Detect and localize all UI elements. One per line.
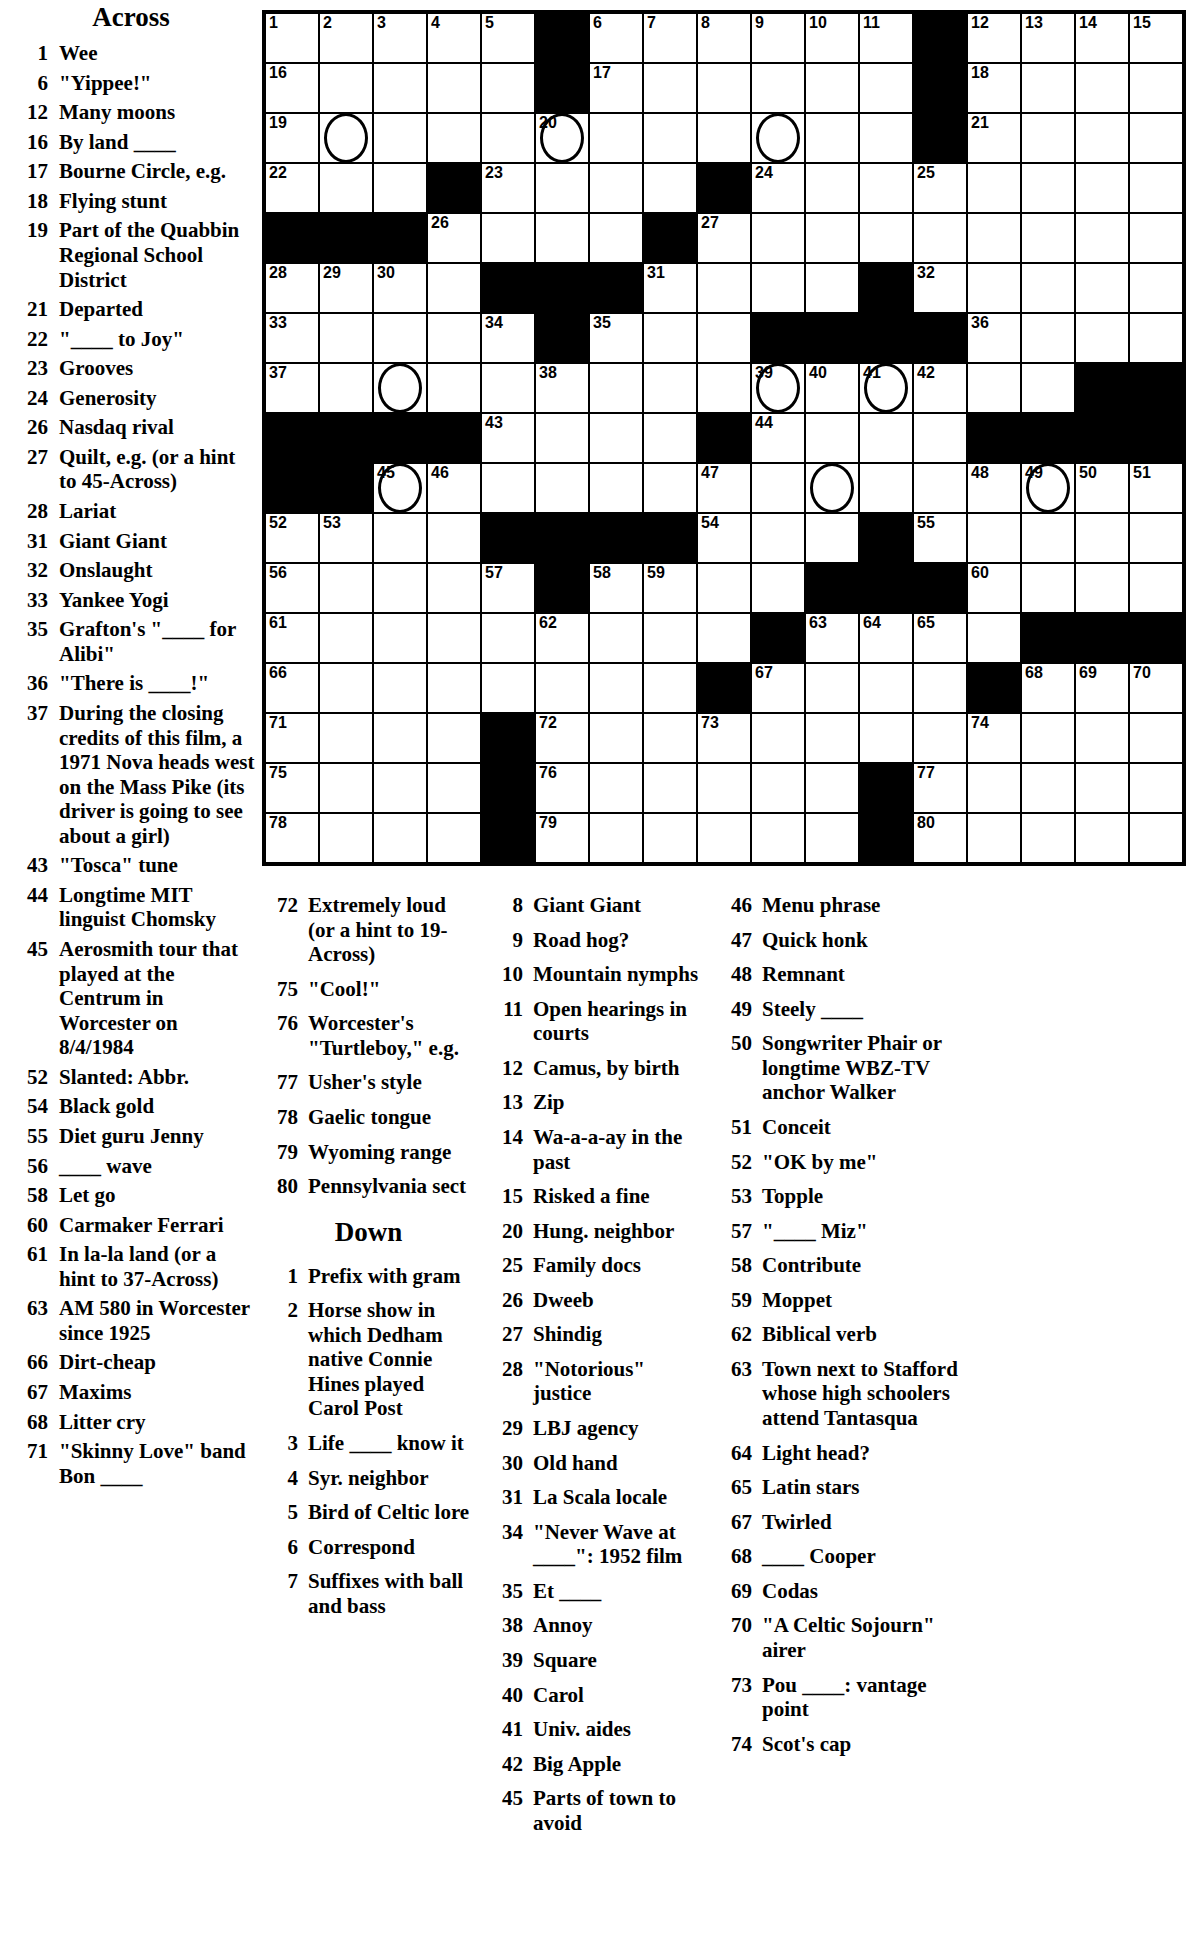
black-cell-r9c3 [374, 414, 426, 462]
grid-cell-r15c12[interactable] [860, 714, 912, 762]
grid-cell-r13c5[interactable] [482, 614, 534, 662]
grid-cell-r17c2[interactable] [320, 814, 372, 862]
clue-item: 63Town next to Stafford whose high schoo… [716, 1357, 958, 1431]
grid-cell-r12c15[interactable] [1022, 564, 1074, 612]
clue-number: 38 [487, 1613, 533, 1638]
grid-cell-r11c15[interactable] [1022, 514, 1074, 562]
grid-cell-r8c13[interactable]: 42 [914, 364, 966, 412]
grid-cell-r5c17[interactable] [1130, 214, 1182, 262]
grid-cell-r10c14[interactable]: 48 [968, 464, 1020, 512]
grid-cell-r9c13[interactable] [914, 414, 966, 462]
grid-cell-r5c13[interactable] [914, 214, 966, 262]
grid-cell-r14c5[interactable] [482, 664, 534, 712]
black-cell-r9c14 [968, 414, 1020, 462]
grid-cell-r1c17[interactable]: 15 [1130, 14, 1182, 62]
grid-cell-r3c16[interactable] [1076, 114, 1128, 162]
grid-cell-r14c8[interactable] [644, 664, 696, 712]
grid-cell-r4c5[interactable]: 23 [482, 164, 534, 212]
grid-cell-r7c3[interactable] [374, 314, 426, 362]
grid-cell-r1c10[interactable]: 9 [752, 14, 804, 62]
cell-number: 52 [269, 515, 287, 531]
grid-cell-r6c17[interactable] [1130, 264, 1182, 312]
clue-item: 34"Never Wave at ____": 1952 film [487, 1520, 701, 1569]
black-cell-r11c12 [860, 514, 912, 562]
grid-cell-r8c11[interactable]: 40 [806, 364, 858, 412]
grid-cell-r2c7[interactable]: 17 [590, 64, 642, 112]
circle-marker [756, 113, 800, 163]
grid-cell-r2c8[interactable] [644, 64, 696, 112]
clue-item: 1Wee [6, 41, 256, 66]
grid-cell-r16c15[interactable] [1022, 764, 1074, 812]
grid-cell-r17c15[interactable] [1022, 814, 1074, 862]
grid-cell-r3c15[interactable] [1022, 114, 1074, 162]
grid-cell-r10c5[interactable] [482, 464, 534, 512]
grid-cell-r7c14[interactable]: 36 [968, 314, 1020, 362]
grid-cell-r7c1[interactable]: 33 [266, 314, 318, 362]
grid-cell-r12c14[interactable]: 60 [968, 564, 1020, 612]
grid-cell-r16c1[interactable]: 75 [266, 764, 318, 812]
grid-cell-r2c11[interactable] [806, 64, 858, 112]
grid-cell-r17c17[interactable] [1130, 814, 1182, 862]
cell-number: 48 [971, 465, 989, 481]
grid-cell-r9c6[interactable] [536, 414, 588, 462]
grid-cell-r8c1[interactable]: 37 [266, 364, 318, 412]
grid-cell-r15c6[interactable]: 72 [536, 714, 588, 762]
clue-text: Square [533, 1648, 701, 1673]
grid-cell-r8c15[interactable] [1022, 364, 1074, 412]
grid-cell-r8c8[interactable] [644, 364, 696, 412]
clue-item: 6"Yippee!" [6, 71, 256, 96]
grid-cell-r10c17[interactable]: 51 [1130, 464, 1182, 512]
grid-cell-r14c11[interactable] [806, 664, 858, 712]
cell-number: 38 [539, 365, 557, 381]
grid-cell-r17c1[interactable]: 78 [266, 814, 318, 862]
grid-cell-r7c5[interactable]: 34 [482, 314, 534, 362]
grid-cell-r17c10[interactable] [752, 814, 804, 862]
grid-cell-r11c9[interactable]: 54 [698, 514, 750, 562]
grid-cell-r10c8[interactable] [644, 464, 696, 512]
cell-number: 1 [269, 15, 278, 31]
grid-cell-r15c10[interactable] [752, 714, 804, 762]
grid-cell-r2c9[interactable] [698, 64, 750, 112]
grid-cell-r11c3[interactable] [374, 514, 426, 562]
grid-cell-r10c15[interactable]: 49 [1022, 464, 1074, 512]
grid-cell-r14c4[interactable] [428, 664, 480, 712]
grid-cell-r14c1[interactable]: 66 [266, 664, 318, 712]
grid-cell-r8c4[interactable] [428, 364, 480, 412]
grid-cell-r4c10[interactable]: 24 [752, 164, 804, 212]
grid-cell-r3c3[interactable] [374, 114, 426, 162]
grid-cell-r6c8[interactable]: 31 [644, 264, 696, 312]
grid-cell-r1c4[interactable]: 4 [428, 14, 480, 62]
grid-cell-r10c11[interactable] [806, 464, 858, 512]
grid-cell-r10c7[interactable] [590, 464, 642, 512]
grid-cell-r1c11[interactable]: 10 [806, 14, 858, 62]
clue-number: 36 [6, 671, 59, 696]
clue-text: Departed [59, 297, 256, 322]
grid-cell-r14c15[interactable]: 68 [1022, 664, 1074, 712]
grid-cell-r3c10[interactable] [752, 114, 804, 162]
grid-cell-r13c14[interactable] [968, 614, 1020, 662]
grid-cell-r1c9[interactable]: 8 [698, 14, 750, 62]
grid-cell-r3c12[interactable] [860, 114, 912, 162]
grid-cell-r11c4[interactable] [428, 514, 480, 562]
grid-cell-r10c13[interactable] [914, 464, 966, 512]
clue-number: 28 [487, 1357, 533, 1406]
grid-cell-r6c2[interactable]: 29 [320, 264, 372, 312]
clue-number: 6 [262, 1535, 308, 1560]
grid-cell-r1c12[interactable]: 11 [860, 14, 912, 62]
grid-cell-r12c10[interactable] [752, 564, 804, 612]
grid-cell-r4c3[interactable] [374, 164, 426, 212]
grid-cell-r3c1[interactable]: 19 [266, 114, 318, 162]
grid-cell-r12c9[interactable] [698, 564, 750, 612]
clue-number: 26 [487, 1288, 533, 1313]
grid-cell-r16c9[interactable] [698, 764, 750, 812]
grid-cell-r16c14[interactable] [968, 764, 1020, 812]
clue-text: Bourne Circle, e.g. [59, 159, 256, 184]
grid-cell-r10c6[interactable] [536, 464, 588, 512]
grid-cell-r12c5[interactable]: 57 [482, 564, 534, 612]
clue-number: 73 [716, 1673, 762, 1722]
grid-cell-r11c17[interactable] [1130, 514, 1182, 562]
grid-cell-r14c2[interactable] [320, 664, 372, 712]
clue-text: "____ Miz" [762, 1219, 958, 1244]
grid-cell-r10c4[interactable]: 46 [428, 464, 480, 512]
grid-cell-r1c7[interactable]: 6 [590, 14, 642, 62]
grid-cell-r8c5[interactable] [482, 364, 534, 412]
grid-cell-r4c12[interactable] [860, 164, 912, 212]
grid-cell-r12c17[interactable] [1130, 564, 1182, 612]
clue-text: Litter cry [59, 1410, 256, 1435]
grid-cell-r5c15[interactable] [1022, 214, 1074, 262]
grid-cell-r5c7[interactable] [590, 214, 642, 262]
grid-cell-r14c12[interactable] [860, 664, 912, 712]
grid-cell-r13c12[interactable]: 64 [860, 614, 912, 662]
grid-cell-r3c14[interactable]: 21 [968, 114, 1020, 162]
grid-cell-r6c13[interactable]: 32 [914, 264, 966, 312]
grid-cell-r2c10[interactable] [752, 64, 804, 112]
grid-cell-r1c16[interactable]: 14 [1076, 14, 1128, 62]
grid-cell-r6c1[interactable]: 28 [266, 264, 318, 312]
grid-cell-r8c2[interactable] [320, 364, 372, 412]
grid-cell-r13c8[interactable] [644, 614, 696, 662]
grid-cell-r15c1[interactable]: 71 [266, 714, 318, 762]
grid-cell-r11c11[interactable] [806, 514, 858, 562]
grid-cell-r16c6[interactable]: 76 [536, 764, 588, 812]
grid-cell-r12c8[interactable]: 59 [644, 564, 696, 612]
grid-cell-r15c17[interactable] [1130, 714, 1182, 762]
grid-cell-r3c7[interactable] [590, 114, 642, 162]
grid-cell-r4c1[interactable]: 22 [266, 164, 318, 212]
grid-cell-r6c14[interactable] [968, 264, 1020, 312]
grid-cell-r3c4[interactable] [428, 114, 480, 162]
grid-cell-r7c17[interactable] [1130, 314, 1182, 362]
grid-cell-r11c16[interactable] [1076, 514, 1128, 562]
grid-cell-r7c2[interactable] [320, 314, 372, 362]
grid-cell-r7c4[interactable] [428, 314, 480, 362]
grid-cell-r16c8[interactable] [644, 764, 696, 812]
cell-number: 25 [917, 165, 935, 181]
cell-number: 31 [647, 265, 665, 281]
grid-cell-r8c9[interactable] [698, 364, 750, 412]
grid-cell-r17c6[interactable]: 79 [536, 814, 588, 862]
grid-cell-r9c11[interactable] [806, 414, 858, 462]
grid-cell-r4c15[interactable] [1022, 164, 1074, 212]
grid-cell-r2c12[interactable] [860, 64, 912, 112]
grid-cell-r4c17[interactable] [1130, 164, 1182, 212]
clue-text: Biblical verb [762, 1322, 958, 1347]
grid-cell-r13c11[interactable]: 63 [806, 614, 858, 662]
grid-cell-r10c12[interactable] [860, 464, 912, 512]
clue-item: 7Suffixes with ball and bass [262, 1569, 475, 1618]
grid-cell-r15c2[interactable] [320, 714, 372, 762]
clue-item: 64Light head? [716, 1441, 958, 1466]
grid-cell-r4c8[interactable] [644, 164, 696, 212]
grid-cell-r1c3[interactable]: 3 [374, 14, 426, 62]
grid-cell-r15c15[interactable] [1022, 714, 1074, 762]
grid-cell-r17c13[interactable]: 80 [914, 814, 966, 862]
grid-cell-r16c3[interactable] [374, 764, 426, 812]
grid-cell-r15c7[interactable] [590, 714, 642, 762]
grid-cell-r17c8[interactable] [644, 814, 696, 862]
grid-cell-r15c9[interactable]: 73 [698, 714, 750, 762]
grid-cell-r17c16[interactable] [1076, 814, 1128, 862]
clue-number: 20 [487, 1219, 533, 1244]
grid-cell-r5c9[interactable]: 27 [698, 214, 750, 262]
grid-cell-r11c10[interactable] [752, 514, 804, 562]
grid-cell-r3c8[interactable] [644, 114, 696, 162]
clue-text: Grafton's "____ for Alibi" [59, 617, 256, 666]
grid-cell-r8c10[interactable]: 39 [752, 364, 804, 412]
grid-cell-r12c16[interactable] [1076, 564, 1128, 612]
grid-cell-r5c4[interactable]: 26 [428, 214, 480, 262]
grid-cell-r3c6[interactable]: 20 [536, 114, 588, 162]
cell-number: 63 [809, 615, 827, 631]
grid-cell-r7c7[interactable]: 35 [590, 314, 642, 362]
grid-cell-r1c2[interactable]: 2 [320, 14, 372, 62]
grid-cell-r2c4[interactable] [428, 64, 480, 112]
grid-cell-r7c15[interactable] [1022, 314, 1074, 362]
grid-cell-r17c3[interactable] [374, 814, 426, 862]
grid-cell-r6c10[interactable] [752, 264, 804, 312]
grid-cell-r6c9[interactable] [698, 264, 750, 312]
clue-item: 39Square [487, 1648, 701, 1673]
grid-cell-r14c10[interactable]: 67 [752, 664, 804, 712]
grid-cell-r9c12[interactable] [860, 414, 912, 462]
grid-cell-r13c9[interactable] [698, 614, 750, 662]
across-clue-list: 1Wee6"Yippee!"12Many moons16By land ____… [6, 41, 256, 1488]
black-cell-r9c16 [1076, 414, 1128, 462]
circle-marker [324, 113, 368, 163]
grid-cell-r5c11[interactable] [806, 214, 858, 262]
clue-text: Many moons [59, 100, 256, 125]
grid-cell-r5c16[interactable] [1076, 214, 1128, 262]
grid-cell-r4c2[interactable] [320, 164, 372, 212]
grid-cell-r9c7[interactable] [590, 414, 642, 462]
grid-cell-r14c7[interactable] [590, 664, 642, 712]
clue-text: Family docs [533, 1253, 701, 1278]
grid-cell-r13c7[interactable] [590, 614, 642, 662]
grid-cell-r1c15[interactable]: 13 [1022, 14, 1074, 62]
grid-cell-r2c16[interactable] [1076, 64, 1128, 112]
grid-cell-r5c5[interactable] [482, 214, 534, 262]
grid-cell-r7c8[interactable] [644, 314, 696, 362]
grid-cell-r17c11[interactable] [806, 814, 858, 862]
grid-cell-r2c3[interactable] [374, 64, 426, 112]
clue-item: 30Old hand [487, 1451, 701, 1476]
grid-cell-r16c16[interactable] [1076, 764, 1128, 812]
grid-cell-r9c10[interactable]: 44 [752, 414, 804, 462]
grid-cell-r13c1[interactable]: 61 [266, 614, 318, 662]
clue-item: 28Lariat [6, 499, 256, 524]
grid-cell-r14c16[interactable]: 69 [1076, 664, 1128, 712]
grid-cell-r12c2[interactable] [320, 564, 372, 612]
grid-cell-r6c3[interactable]: 30 [374, 264, 426, 312]
grid-cell-r3c2[interactable] [320, 114, 372, 162]
grid-cell-r4c7[interactable] [590, 164, 642, 212]
grid-cell-r3c17[interactable] [1130, 114, 1182, 162]
grid-cell-r16c17[interactable] [1130, 764, 1182, 812]
clue-item: 16By land ____ [6, 130, 256, 155]
grid-cell-r14c6[interactable] [536, 664, 588, 712]
grid-cell-r17c7[interactable] [590, 814, 642, 862]
grid-cell-r17c4[interactable] [428, 814, 480, 862]
across-clue-list-continued: 72Extremely loud (or a hint to 19-Across… [262, 893, 475, 1199]
grid-cell-r4c13[interactable]: 25 [914, 164, 966, 212]
grid-cell-r11c14[interactable] [968, 514, 1020, 562]
grid-cell-r1c5[interactable]: 5 [482, 14, 534, 62]
grid-cell-r12c7[interactable]: 58 [590, 564, 642, 612]
grid-cell-r1c1[interactable]: 1 [266, 14, 318, 62]
grid-cell-r10c10[interactable] [752, 464, 804, 512]
grid-cell-r4c6[interactable] [536, 164, 588, 212]
grid-cell-r16c7[interactable] [590, 764, 642, 812]
cell-number: 45 [377, 465, 395, 481]
grid-cell-r12c3[interactable] [374, 564, 426, 612]
grid-cell-r10c16[interactable]: 50 [1076, 464, 1128, 512]
grid-cell-r13c13[interactable]: 65 [914, 614, 966, 662]
grid-cell-r14c3[interactable] [374, 664, 426, 712]
grid-cell-r15c14[interactable]: 74 [968, 714, 1020, 762]
grid-cell-r14c13[interactable] [914, 664, 966, 712]
grid-cell-r8c6[interactable]: 38 [536, 364, 588, 412]
grid-cell-r12c1[interactable]: 56 [266, 564, 318, 612]
clue-text: Risked a fine [533, 1184, 701, 1209]
grid-cell-r17c14[interactable] [968, 814, 1020, 862]
cell-number: 3 [377, 15, 386, 31]
grid-cell-r2c1[interactable]: 16 [266, 64, 318, 112]
grid-cell-r9c5[interactable]: 43 [482, 414, 534, 462]
grid-cell-r6c4[interactable] [428, 264, 480, 312]
grid-cell-r10c3[interactable]: 45 [374, 464, 426, 512]
grid-cell-r7c9[interactable] [698, 314, 750, 362]
black-cell-r13c16 [1076, 614, 1128, 662]
clue-text: Lariat [59, 499, 256, 524]
grid-cell-r4c16[interactable] [1076, 164, 1128, 212]
grid-cell-r12c4[interactable] [428, 564, 480, 612]
clue-text: Town next to Stafford whose high schoole… [762, 1357, 958, 1431]
clue-text: Dirt-cheap [59, 1350, 256, 1375]
grid-cell-r15c16[interactable] [1076, 714, 1128, 762]
grid-cell-r7c16[interactable] [1076, 314, 1128, 362]
clue-text: Pennsylvania sect [308, 1174, 475, 1199]
clue-number: 52 [716, 1150, 762, 1175]
grid-cell-r15c11[interactable] [806, 714, 858, 762]
grid-cell-r6c11[interactable] [806, 264, 858, 312]
grid-cell-r2c14[interactable]: 18 [968, 64, 1020, 112]
grid-cell-r1c8[interactable]: 7 [644, 14, 696, 62]
grid-cell-r16c10[interactable] [752, 764, 804, 812]
grid-cell-r13c6[interactable]: 62 [536, 614, 588, 662]
grid-cell-r1c14[interactable]: 12 [968, 14, 1020, 62]
grid-cell-r5c14[interactable] [968, 214, 1020, 262]
grid-cell-r17c9[interactable] [698, 814, 750, 862]
grid-cell-r6c15[interactable] [1022, 264, 1074, 312]
grid-cell-r15c4[interactable] [428, 714, 480, 762]
circle-marker [810, 463, 854, 513]
grid-cell-r6c16[interactable] [1076, 264, 1128, 312]
clue-number: 52 [6, 1065, 59, 1090]
clue-text: Hung. neighbor [533, 1219, 701, 1244]
clue-number: 18 [6, 189, 59, 214]
grid-cell-r11c1[interactable]: 52 [266, 514, 318, 562]
grid-cell-r2c15[interactable] [1022, 64, 1074, 112]
grid-cell-r15c13[interactable] [914, 714, 966, 762]
grid-cell-r2c2[interactable] [320, 64, 372, 112]
clue-number: 68 [6, 1410, 59, 1435]
clue-number: 53 [716, 1184, 762, 1209]
grid-cell-r4c14[interactable] [968, 164, 1020, 212]
clue-text: La Scala locale [533, 1485, 701, 1510]
grid-cell-r5c10[interactable] [752, 214, 804, 262]
grid-cell-r16c4[interactable] [428, 764, 480, 812]
crossword-grid[interactable]: 1234567891011121314151617181920212223242… [262, 10, 1186, 866]
grid-cell-r8c7[interactable] [590, 364, 642, 412]
clue-item: 52"OK by me" [716, 1150, 958, 1175]
grid-cell-r9c8[interactable] [644, 414, 696, 462]
grid-cell-r16c11[interactable] [806, 764, 858, 812]
black-cell-r9c4 [428, 414, 480, 462]
grid-cell-r2c5[interactable] [482, 64, 534, 112]
grid-cell-r16c13[interactable]: 77 [914, 764, 966, 812]
grid-cell-r14c17[interactable]: 70 [1130, 664, 1182, 712]
grid-cell-r13c2[interactable] [320, 614, 372, 662]
grid-cell-r5c6[interactable] [536, 214, 588, 262]
clue-text: Parts of town to avoid [533, 1786, 701, 1835]
cell-number: 36 [971, 315, 989, 331]
grid-cell-r15c8[interactable] [644, 714, 696, 762]
grid-cell-r3c11[interactable] [806, 114, 858, 162]
grid-cell-r3c9[interactable] [698, 114, 750, 162]
grid-cell-r4c11[interactable] [806, 164, 858, 212]
clue-text: Life ____ know it [308, 1431, 475, 1456]
grid-cell-r2c17[interactable] [1130, 64, 1182, 112]
grid-cell-r5c12[interactable] [860, 214, 912, 262]
grid-cell-r8c14[interactable] [968, 364, 1020, 412]
grid-cell-r13c4[interactable] [428, 614, 480, 662]
grid-cell-r3c5[interactable] [482, 114, 534, 162]
grid-cell-r15c3[interactable] [374, 714, 426, 762]
black-cell-r11c8 [644, 514, 696, 562]
grid-cell-r16c2[interactable] [320, 764, 372, 812]
grid-cell-r10c9[interactable]: 47 [698, 464, 750, 512]
grid-cell-r11c2[interactable]: 53 [320, 514, 372, 562]
grid-cell-r13c3[interactable] [374, 614, 426, 662]
grid-cell-r8c12[interactable]: 41 [860, 364, 912, 412]
grid-cell-r8c3[interactable] [374, 364, 426, 412]
grid-cell-r11c13[interactable]: 55 [914, 514, 966, 562]
